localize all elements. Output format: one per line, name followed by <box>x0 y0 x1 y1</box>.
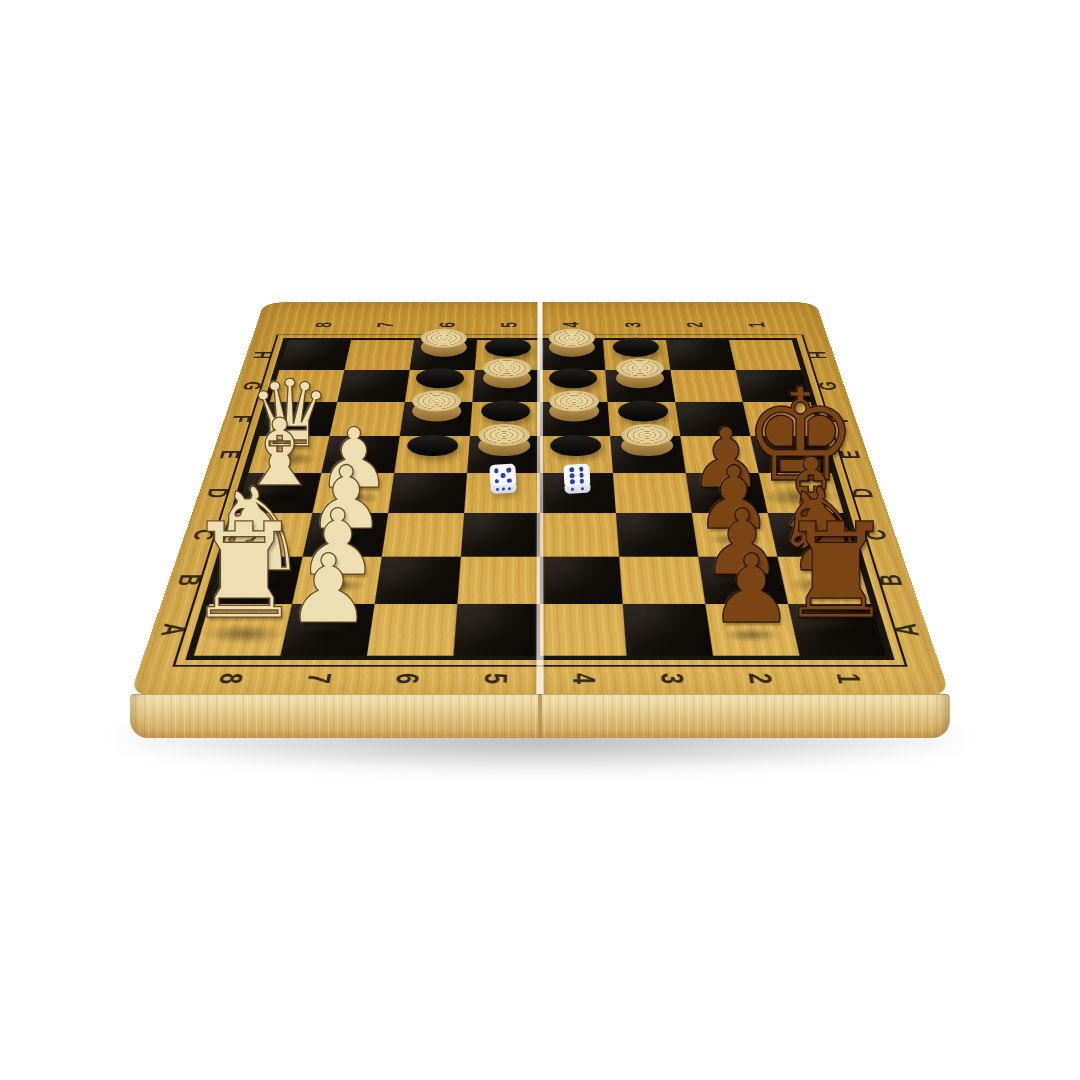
square-E3 <box>610 436 686 473</box>
near-number-slot: 7 <box>271 661 366 696</box>
near-number-slot: 4 <box>540 661 630 696</box>
far-number-slot: 3 <box>601 314 665 335</box>
right-letter-D: D <box>846 483 879 502</box>
right-letter-H: H <box>804 348 832 362</box>
left-letter-G: G <box>238 378 267 393</box>
square-G6 <box>405 370 475 402</box>
square-C2 <box>692 513 778 556</box>
square-A5 <box>453 604 540 656</box>
near-number-5: 5 <box>479 652 513 698</box>
square-H6 <box>410 340 477 370</box>
far-number-slot: 6 <box>415 314 479 335</box>
square-A8 <box>194 604 292 656</box>
left-letter-C: C <box>187 524 222 545</box>
fold-seam-front <box>538 694 542 738</box>
square-D1 <box>759 473 844 513</box>
far-number-5: 5 <box>497 312 520 339</box>
square-E6 <box>394 436 470 473</box>
square-C7 <box>303 513 389 556</box>
square-C3 <box>616 513 698 556</box>
far-number-4: 4 <box>559 312 582 339</box>
square-E1 <box>750 436 831 473</box>
square-G5 <box>472 370 540 402</box>
square-H7 <box>344 340 414 370</box>
right-letter-A: A <box>887 617 926 642</box>
square-H4 <box>540 340 605 370</box>
far-number-8: 8 <box>309 312 338 339</box>
square-G4 <box>540 370 608 402</box>
square-D2 <box>686 473 768 513</box>
square-C4 <box>540 513 619 556</box>
near-number-4: 4 <box>568 652 602 698</box>
square-D4 <box>540 473 616 513</box>
folding-game-board-top: 87654321 87654321 HGFEDCBA HGFEDCBA <box>129 302 951 697</box>
square-A4 <box>540 604 627 656</box>
square-F7 <box>330 402 405 436</box>
square-C6 <box>382 513 464 556</box>
right-letter-G: G <box>813 378 842 393</box>
right-letter-F: F <box>823 411 853 427</box>
near-number-slot: 6 <box>361 661 453 696</box>
far-number-7: 7 <box>372 312 399 339</box>
square-H3 <box>603 340 670 370</box>
square-C8 <box>223 513 312 556</box>
square-A6 <box>367 604 457 656</box>
square-E2 <box>680 436 758 473</box>
near-number-slot: 5 <box>450 661 540 696</box>
square-A2 <box>705 604 799 656</box>
square-D8 <box>236 473 321 513</box>
square-G8 <box>270 370 345 402</box>
near-number-slot: 3 <box>627 661 719 696</box>
square-G7 <box>337 370 409 402</box>
square-D7 <box>312 473 394 513</box>
far-number-3: 3 <box>620 312 645 339</box>
square-E5 <box>467 436 540 473</box>
near-number-6: 6 <box>388 652 426 698</box>
far-number-6: 6 <box>434 312 459 339</box>
far-number-slot: 4 <box>540 314 603 335</box>
right-letter-C: C <box>859 524 894 545</box>
left-letter-E: E <box>214 446 246 464</box>
square-B3 <box>619 557 705 604</box>
board-front-edge <box>130 694 950 738</box>
square-H2 <box>666 340 736 370</box>
far-number-2: 2 <box>681 312 708 339</box>
square-B1 <box>777 557 870 604</box>
square-B2 <box>698 557 788 604</box>
square-F5 <box>470 402 540 436</box>
square-H8 <box>279 340 351 370</box>
far-number-slot: 7 <box>352 314 418 335</box>
square-E8 <box>248 436 329 473</box>
square-F2 <box>675 402 750 436</box>
right-letter-B: B <box>872 569 909 592</box>
near-number-slot: 2 <box>714 661 809 696</box>
square-F6 <box>400 402 473 436</box>
square-B4 <box>540 557 623 604</box>
far-number-slot: 1 <box>723 314 790 335</box>
far-number-slot: 8 <box>289 314 356 335</box>
square-D5 <box>464 473 540 513</box>
left-letter-A: A <box>154 617 193 642</box>
square-A3 <box>623 604 713 656</box>
far-number-slot: 2 <box>662 314 728 335</box>
left-letter-F: F <box>226 411 256 427</box>
square-G2 <box>670 370 742 402</box>
left-letter-D: D <box>201 483 234 502</box>
left-letter-H: H <box>248 348 276 362</box>
far-number-slot: 5 <box>477 314 540 335</box>
square-C1 <box>768 513 857 556</box>
right-letter-E: E <box>834 446 866 464</box>
square-F3 <box>608 402 681 436</box>
square-A1 <box>788 604 886 656</box>
square-F1 <box>743 402 821 436</box>
square-B6 <box>375 557 461 604</box>
square-A7 <box>280 604 374 656</box>
square-D3 <box>613 473 692 513</box>
square-F8 <box>259 402 337 436</box>
far-number-1: 1 <box>742 312 771 339</box>
left-letter-B: B <box>171 569 208 592</box>
square-G3 <box>605 370 675 402</box>
product-photo-stage: 87654321 87654321 HGFEDCBA HGFEDCBA ♛♝♞♜… <box>0 0 1080 1080</box>
square-G1 <box>736 370 811 402</box>
fold-seam <box>536 302 543 697</box>
square-E4 <box>540 436 613 473</box>
near-number-slot: 1 <box>801 661 898 696</box>
square-B8 <box>209 557 302 604</box>
near-number-slot: 8 <box>182 661 279 696</box>
square-E7 <box>321 436 399 473</box>
square-H5 <box>475 340 540 370</box>
square-B7 <box>292 557 382 604</box>
square-B5 <box>457 557 540 604</box>
square-H1 <box>729 340 801 370</box>
square-D6 <box>388 473 467 513</box>
square-C5 <box>461 513 540 556</box>
square-F4 <box>540 402 610 436</box>
